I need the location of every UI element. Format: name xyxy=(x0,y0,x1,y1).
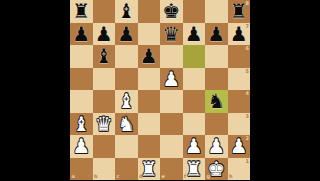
square-g7[interactable]: ♟ xyxy=(205,23,228,46)
square-f1[interactable]: f♜ xyxy=(183,158,206,181)
piece-white-pawn[interactable]: ♟ xyxy=(185,135,203,158)
square-h7[interactable]: 7♟ xyxy=(228,23,251,46)
square-f6[interactable] xyxy=(183,45,206,68)
square-c3[interactable]: ♞ xyxy=(115,113,138,136)
letterbox-right xyxy=(250,0,320,180)
piece-white-pawn[interactable]: ♟ xyxy=(72,135,90,158)
file-label-a: a xyxy=(72,174,75,179)
square-b3[interactable]: ♛ xyxy=(93,113,116,136)
square-b5[interactable] xyxy=(93,68,116,91)
square-g3[interactable] xyxy=(205,113,228,136)
rank-label-3: 3 xyxy=(246,114,249,119)
square-e6[interactable] xyxy=(160,45,183,68)
square-c8[interactable]: ♝ xyxy=(115,0,138,23)
square-f2[interactable]: ♟ xyxy=(183,135,206,158)
square-e1[interactable]: e xyxy=(160,158,183,181)
piece-white-knight[interactable]: ♞ xyxy=(117,113,135,136)
square-h2[interactable]: 2♟ xyxy=(228,135,251,158)
rank-label-4: 4 xyxy=(246,91,249,96)
piece-black-pawn[interactable]: ♟ xyxy=(230,23,248,46)
square-h4[interactable]: 4 xyxy=(228,90,251,113)
rank-label-1: 1 xyxy=(246,159,249,164)
square-a1[interactable]: a xyxy=(70,158,93,181)
square-a4[interactable] xyxy=(70,90,93,113)
square-e4[interactable] xyxy=(160,90,183,113)
square-h1[interactable]: 1h xyxy=(228,158,251,181)
piece-black-rook[interactable]: ♜ xyxy=(72,0,90,23)
square-d4[interactable] xyxy=(138,90,161,113)
square-a3[interactable]: ♝ xyxy=(70,113,93,136)
piece-black-pawn[interactable]: ♟ xyxy=(117,23,135,46)
square-a7[interactable]: ♟ xyxy=(70,23,93,46)
piece-black-pawn[interactable]: ♟ xyxy=(72,23,90,46)
square-f8[interactable] xyxy=(183,0,206,23)
square-h8[interactable]: 8♜ xyxy=(228,0,251,23)
square-h3[interactable]: 3 xyxy=(228,113,251,136)
piece-black-knight[interactable]: ♞ xyxy=(207,90,225,113)
square-c5[interactable] xyxy=(115,68,138,91)
piece-white-queen[interactable]: ♛ xyxy=(95,113,113,136)
letterbox-left xyxy=(0,0,70,180)
piece-black-king[interactable]: ♚ xyxy=(162,0,180,23)
piece-black-bishop[interactable]: ♝ xyxy=(117,0,135,23)
square-d8[interactable] xyxy=(138,0,161,23)
file-label-c: c xyxy=(117,174,120,179)
square-c4[interactable]: ♝ xyxy=(115,90,138,113)
square-e5[interactable]: ♟ xyxy=(160,68,183,91)
piece-white-pawn[interactable]: ♟ xyxy=(230,135,248,158)
square-c6[interactable] xyxy=(115,45,138,68)
square-f5[interactable] xyxy=(183,68,206,91)
square-a8[interactable]: ♜ xyxy=(70,0,93,23)
file-label-b: b xyxy=(94,174,98,179)
square-a5[interactable] xyxy=(70,68,93,91)
square-e3[interactable] xyxy=(160,113,183,136)
square-b8[interactable] xyxy=(93,0,116,23)
piece-black-pawn[interactable]: ♟ xyxy=(185,23,203,46)
square-b4[interactable] xyxy=(93,90,116,113)
square-b6[interactable]: ♝ xyxy=(93,45,116,68)
square-b7[interactable]: ♟ xyxy=(93,23,116,46)
square-d5[interactable] xyxy=(138,68,161,91)
square-d3[interactable] xyxy=(138,113,161,136)
piece-black-rook[interactable]: ♜ xyxy=(230,0,248,23)
piece-white-bishop[interactable]: ♝ xyxy=(117,90,135,113)
piece-white-bishop[interactable]: ♝ xyxy=(72,113,90,136)
square-c1[interactable]: c xyxy=(115,158,138,181)
chess-board: ♜♝♚8♜♟♟♟♛♟♟7♟♝♟6♟5♝♞4♝♛♞3♟♟♟2♟abcd♜ef♜g♚… xyxy=(70,0,250,180)
square-b1[interactable]: b xyxy=(93,158,116,181)
square-a2[interactable]: ♟ xyxy=(70,135,93,158)
rank-label-5: 5 xyxy=(246,69,249,74)
square-g6[interactable] xyxy=(205,45,228,68)
square-g5[interactable] xyxy=(205,68,228,91)
square-b2[interactable] xyxy=(93,135,116,158)
piece-white-pawn[interactable]: ♟ xyxy=(207,135,225,158)
square-g8[interactable] xyxy=(205,0,228,23)
piece-black-bishop[interactable]: ♝ xyxy=(95,45,113,68)
square-g1[interactable]: g♚ xyxy=(205,158,228,181)
square-f7[interactable]: ♟ xyxy=(183,23,206,46)
square-f4[interactable] xyxy=(183,90,206,113)
piece-white-rook[interactable]: ♜ xyxy=(185,158,203,181)
square-e7[interactable]: ♛ xyxy=(160,23,183,46)
piece-black-pawn[interactable]: ♟ xyxy=(140,45,158,68)
piece-black-pawn[interactable]: ♟ xyxy=(95,23,113,46)
square-c2[interactable] xyxy=(115,135,138,158)
square-a6[interactable] xyxy=(70,45,93,68)
square-e2[interactable] xyxy=(160,135,183,158)
square-g4[interactable]: ♞ xyxy=(205,90,228,113)
square-d2[interactable] xyxy=(138,135,161,158)
file-label-e: e xyxy=(162,174,165,179)
square-d6[interactable]: ♟ xyxy=(138,45,161,68)
piece-white-pawn[interactable]: ♟ xyxy=(162,68,180,91)
square-h5[interactable]: 5 xyxy=(228,68,251,91)
square-h6[interactable]: 6 xyxy=(228,45,251,68)
piece-black-queen[interactable]: ♛ xyxy=(162,23,180,46)
square-e8[interactable]: ♚ xyxy=(160,0,183,23)
square-c7[interactable]: ♟ xyxy=(115,23,138,46)
video-frame: ♜♝♚8♜♟♟♟♛♟♟7♟♝♟6♟5♝♞4♝♛♞3♟♟♟2♟abcd♜ef♜g♚… xyxy=(0,0,320,180)
square-g2[interactable]: ♟ xyxy=(205,135,228,158)
square-f3[interactable] xyxy=(183,113,206,136)
file-label-h: h xyxy=(229,174,233,179)
piece-white-rook[interactable]: ♜ xyxy=(140,158,158,181)
square-d7[interactable] xyxy=(138,23,161,46)
piece-black-pawn[interactable]: ♟ xyxy=(207,23,225,46)
rank-label-6: 6 xyxy=(246,46,249,51)
piece-white-king[interactable]: ♚ xyxy=(207,158,225,181)
square-d1[interactable]: d♜ xyxy=(138,158,161,181)
